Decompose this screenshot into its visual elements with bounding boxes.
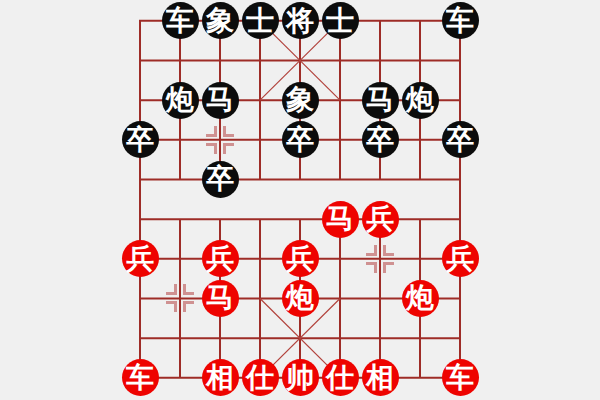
last-move-marker: [166, 284, 194, 312]
piece-red-soldier[interactable]: 兵: [202, 240, 239, 277]
piece-red-cannon[interactable]: 炮: [402, 280, 439, 317]
piece-red-horse[interactable]: 马: [202, 280, 239, 317]
piece-red-horse[interactable]: 马: [322, 201, 359, 238]
marker-corner: [223, 126, 234, 137]
piece-red-chariot[interactable]: 车: [442, 359, 479, 396]
piece-black-soldier[interactable]: 卒: [202, 161, 239, 198]
marker-corner: [206, 143, 217, 154]
marker-corner: [366, 245, 377, 256]
piece-red-elephant[interactable]: 相: [202, 359, 239, 396]
piece-red-soldier[interactable]: 兵: [282, 240, 319, 277]
marker-corner: [223, 143, 234, 154]
piece-red-chariot[interactable]: 车: [122, 359, 159, 396]
xiangqi-board-screen: 车象士将士车炮马象马炮卒卒卒卒卒马兵兵兵兵兵马炮炮车相仕帅仕相车: [0, 0, 600, 400]
piece-black-cannon[interactable]: 炮: [162, 82, 199, 119]
marker-corner: [206, 126, 217, 137]
piece-black-soldier[interactable]: 卒: [362, 121, 399, 158]
piece-black-soldier[interactable]: 卒: [442, 121, 479, 158]
piece-red-cannon[interactable]: 炮: [282, 280, 319, 317]
piece-red-elephant[interactable]: 相: [362, 359, 399, 396]
piece-black-chariot[interactable]: 车: [162, 2, 199, 39]
piece-red-soldier[interactable]: 兵: [122, 240, 159, 277]
xiangqi-board[interactable]: 车象士将士车炮马象马炮卒卒卒卒卒马兵兵兵兵兵马炮炮车相仕帅仕相车: [120, 1, 480, 398]
marker-corner: [383, 262, 394, 273]
marker-corner: [183, 284, 194, 295]
piece-black-cannon[interactable]: 炮: [402, 82, 439, 119]
piece-red-general[interactable]: 帅: [282, 359, 319, 396]
piece-black-general[interactable]: 将: [282, 2, 319, 39]
piece-red-soldier[interactable]: 兵: [362, 201, 399, 238]
piece-black-horse[interactable]: 马: [202, 82, 239, 119]
piece-black-advisor[interactable]: 士: [242, 2, 279, 39]
piece-black-elephant[interactable]: 象: [282, 82, 319, 119]
marker-corner: [166, 284, 177, 295]
piece-black-chariot[interactable]: 车: [442, 2, 479, 39]
piece-black-soldier[interactable]: 卒: [282, 121, 319, 158]
piece-black-advisor[interactable]: 士: [322, 2, 359, 39]
piece-black-horse[interactable]: 马: [362, 82, 399, 119]
marker-corner: [383, 245, 394, 256]
marker-corner: [183, 301, 194, 312]
last-move-marker: [366, 245, 394, 273]
piece-red-advisor[interactable]: 仕: [242, 359, 279, 396]
piece-red-advisor[interactable]: 仕: [322, 359, 359, 396]
last-move-marker: [206, 126, 234, 154]
piece-black-elephant[interactable]: 象: [202, 2, 239, 39]
marker-corner: [166, 301, 177, 312]
piece-red-soldier[interactable]: 兵: [442, 240, 479, 277]
marker-corner: [366, 262, 377, 273]
piece-black-soldier[interactable]: 卒: [122, 121, 159, 158]
